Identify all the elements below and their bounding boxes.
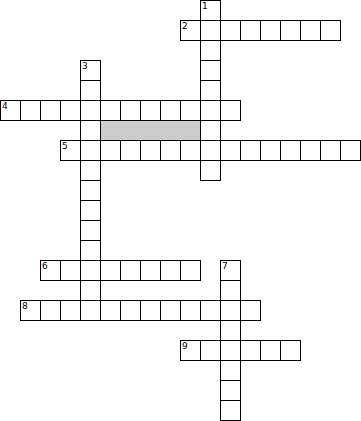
cell[interactable] (81, 301, 100, 320)
word-5-across: 5 (60, 140, 361, 161)
cell[interactable] (221, 341, 240, 360)
cell[interactable] (141, 261, 160, 280)
cell[interactable]: 4 (1, 101, 20, 120)
cell[interactable] (261, 21, 280, 40)
cell[interactable] (201, 41, 220, 60)
clue-number: 5 (62, 141, 68, 151)
cell[interactable] (281, 141, 300, 160)
cell[interactable] (101, 141, 120, 160)
cell[interactable] (321, 141, 340, 160)
cell[interactable] (221, 321, 240, 340)
cell[interactable] (21, 101, 40, 120)
cell[interactable] (261, 341, 280, 360)
cell[interactable] (61, 261, 80, 280)
cell[interactable]: 3 (81, 61, 100, 80)
cell[interactable] (221, 21, 240, 40)
clue-number: 8 (22, 301, 28, 311)
cell[interactable] (221, 361, 240, 380)
cell[interactable] (81, 121, 100, 140)
cell[interactable]: 8 (21, 301, 40, 320)
cell[interactable] (101, 301, 120, 320)
cell[interactable] (201, 161, 220, 180)
clue-number: 7 (222, 261, 228, 271)
cell[interactable] (161, 301, 180, 320)
cell[interactable]: 9 (181, 341, 200, 360)
word-6-across: 6 (40, 260, 201, 281)
cell[interactable] (181, 301, 200, 320)
cell[interactable] (281, 341, 300, 360)
cell[interactable] (201, 81, 220, 100)
crossword-board: 123456789 (0, 0, 361, 421)
cell[interactable]: 7 (221, 261, 240, 280)
cell[interactable] (81, 241, 100, 260)
word-8-across: 8 (20, 300, 261, 321)
word-4-across: 4 (0, 100, 241, 121)
shaded-strip (100, 120, 201, 141)
cell[interactable] (141, 101, 160, 120)
cell[interactable] (221, 141, 240, 160)
clue-number: 3 (82, 61, 88, 71)
cell[interactable] (161, 101, 180, 120)
cell[interactable] (221, 301, 240, 320)
cell[interactable] (201, 121, 220, 140)
cell[interactable] (121, 301, 140, 320)
cell[interactable] (101, 101, 120, 120)
cell[interactable]: 5 (61, 141, 80, 160)
cell[interactable] (141, 141, 160, 160)
cell[interactable] (121, 261, 140, 280)
word-9-across: 9 (180, 340, 301, 361)
clue-number: 1 (202, 1, 208, 11)
cell[interactable] (201, 301, 220, 320)
clue-number: 9 (182, 341, 188, 351)
cell[interactable] (241, 301, 260, 320)
cell[interactable] (221, 381, 240, 400)
cell[interactable] (221, 281, 240, 300)
cell[interactable] (81, 81, 100, 100)
cell[interactable] (201, 341, 220, 360)
cell[interactable] (221, 101, 240, 120)
cell[interactable] (261, 141, 280, 160)
clue-number: 2 (182, 21, 188, 31)
cell[interactable]: 2 (181, 21, 200, 40)
cell[interactable] (181, 101, 200, 120)
cell[interactable] (241, 341, 260, 360)
cell[interactable] (61, 101, 80, 120)
word-2-across: 2 (180, 20, 341, 41)
cell[interactable] (81, 221, 100, 240)
cell[interactable] (121, 141, 140, 160)
cell[interactable] (281, 21, 300, 40)
cell[interactable] (241, 141, 260, 160)
cell[interactable] (81, 181, 100, 200)
cell[interactable]: 6 (41, 261, 60, 280)
cell[interactable] (341, 141, 360, 160)
cell[interactable] (301, 21, 320, 40)
clue-number: 4 (2, 101, 8, 111)
cell[interactable] (201, 101, 220, 120)
cell[interactable] (81, 261, 100, 280)
cell[interactable] (201, 21, 220, 40)
cell[interactable] (181, 261, 200, 280)
clue-number: 6 (42, 261, 48, 271)
cell[interactable] (321, 21, 340, 40)
cell[interactable] (241, 21, 260, 40)
cell[interactable] (301, 141, 320, 160)
cell[interactable] (141, 301, 160, 320)
cell[interactable] (81, 141, 100, 160)
cell[interactable] (161, 141, 180, 160)
cell[interactable] (201, 61, 220, 80)
cell[interactable] (81, 281, 100, 300)
cell[interactable] (41, 301, 60, 320)
cell[interactable] (221, 401, 240, 420)
cell[interactable] (201, 141, 220, 160)
cell[interactable] (121, 101, 140, 120)
cell[interactable] (81, 201, 100, 220)
cell[interactable] (81, 101, 100, 120)
cell[interactable] (181, 141, 200, 160)
cell[interactable]: 1 (201, 1, 220, 20)
cell[interactable] (81, 161, 100, 180)
cell[interactable] (101, 261, 120, 280)
cell[interactable] (161, 261, 180, 280)
cell[interactable] (41, 101, 60, 120)
cell[interactable] (61, 301, 80, 320)
